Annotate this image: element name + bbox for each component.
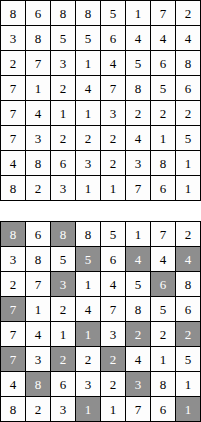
grid-cell-r8c7: 6 — [151, 176, 175, 200]
grid-cell-r1c5: 5 — [101, 222, 125, 246]
grid-cell-r2c8-highlighted: 4 — [176, 247, 200, 271]
grid-cell-r1c2: 6 — [26, 1, 50, 25]
grid-cell-r1c5: 5 — [101, 1, 125, 25]
grid-cell-r5c8: 2 — [176, 101, 200, 125]
grid-cell-r7c8: 1 — [176, 151, 200, 175]
grid-cell-r6c4: 2 — [76, 347, 100, 371]
grid-cell-r1c3: 8 — [51, 1, 75, 25]
grid-cell-r3c1: 2 — [1, 51, 25, 75]
grid-cell-r8c7: 6 — [151, 397, 175, 421]
grid-cell-r2c7: 4 — [151, 247, 175, 271]
grid-cell-r7c3: 6 — [51, 151, 75, 175]
grid-cell-r7c2: 8 — [26, 151, 50, 175]
grid-cell-r2c4: 5 — [76, 26, 100, 50]
grid-cell-r5c6-highlighted: 2 — [126, 322, 150, 346]
grid-cell-r7c2-highlighted: 8 — [26, 372, 50, 396]
grid-cell-r3c5: 4 — [101, 272, 125, 296]
grid-cell-r5c7: 2 — [151, 101, 175, 125]
grid-cell-r6c6: 4 — [126, 126, 150, 150]
grid-cell-r3c8: 8 — [176, 272, 200, 296]
grid-cell-r5c3: 1 — [51, 101, 75, 125]
grid-cell-r1c3-highlighted: 8 — [51, 222, 75, 246]
grid-cell-r5c2: 4 — [26, 101, 50, 125]
grid-cell-r7c8: 1 — [176, 372, 200, 396]
grid-cell-r8c5: 1 — [101, 176, 125, 200]
grid-cell-r2c5: 6 — [101, 247, 125, 271]
grid-cell-r6c3: 2 — [51, 126, 75, 150]
grid-cell-r6c1-highlighted: 7 — [1, 347, 25, 371]
grid-cell-r8c1: 8 — [1, 397, 25, 421]
grid-cell-r2c4-highlighted: 5 — [76, 247, 100, 271]
grid-cell-r4c3: 2 — [51, 297, 75, 321]
grid-cell-r4c8: 6 — [176, 76, 200, 100]
grid-cell-r2c3: 5 — [51, 26, 75, 50]
grid-cell-r1c7: 7 — [151, 222, 175, 246]
grid-cell-r5c6: 2 — [126, 101, 150, 125]
grid-cell-r3c7-highlighted: 6 — [151, 272, 175, 296]
grid-cell-r1c1-highlighted: 8 — [1, 222, 25, 246]
grid-cell-r7c5: 2 — [101, 151, 125, 175]
grid-cell-r4c7: 5 — [151, 297, 175, 321]
grid-cell-r2c3: 5 — [51, 247, 75, 271]
grid-cell-r2c1: 3 — [1, 247, 25, 271]
grid-cell-r5c5: 3 — [101, 322, 125, 346]
grid-cell-r4c5: 7 — [101, 297, 125, 321]
grid-cell-r8c4-highlighted: 1 — [76, 397, 100, 421]
grid-cell-r3c3-highlighted: 3 — [51, 272, 75, 296]
grid-cell-r8c2: 2 — [26, 397, 50, 421]
grid-cell-r3c2: 7 — [26, 51, 50, 75]
grid-cell-r2c7: 4 — [151, 26, 175, 50]
grid-cell-r7c3: 6 — [51, 372, 75, 396]
grid-cell-r2c8: 4 — [176, 26, 200, 50]
grid-cell-r6c4: 2 — [76, 126, 100, 150]
grid-cell-r7c6-highlighted: 3 — [126, 372, 150, 396]
grid-cell-r4c7: 5 — [151, 76, 175, 100]
grid-cell-r3c7: 6 — [151, 51, 175, 75]
grid-cell-r1c8: 2 — [176, 222, 200, 246]
grid-cell-r3c4: 1 — [76, 272, 100, 296]
grid-cell-r8c2: 2 — [26, 176, 50, 200]
grid-cell-r3c2: 7 — [26, 272, 50, 296]
grid-cell-r8c6: 7 — [126, 397, 150, 421]
grid-cell-r3c4: 1 — [76, 51, 100, 75]
grid-cell-r6c2: 3 — [26, 347, 50, 371]
grid-cell-r1c1: 8 — [1, 1, 25, 25]
grid-cell-r6c3-highlighted: 2 — [51, 347, 75, 371]
grid-cell-r6c1: 7 — [1, 126, 25, 150]
solution-grid: 8688517238556444273145687124785674113222… — [0, 221, 201, 422]
grid-cell-r4c2: 1 — [26, 297, 50, 321]
grid-cell-r3c1: 2 — [1, 272, 25, 296]
grid-cell-r8c8-highlighted: 1 — [176, 397, 200, 421]
grid-cell-r1c2: 6 — [26, 222, 50, 246]
grid-cell-r4c5: 7 — [101, 76, 125, 100]
grid-cell-r3c6: 5 — [126, 272, 150, 296]
grid-cell-r4c1-highlighted: 7 — [1, 297, 25, 321]
grid-cell-r7c4: 3 — [76, 372, 100, 396]
grid-cell-r3c8: 8 — [176, 51, 200, 75]
grid-cell-r5c4: 1 — [76, 101, 100, 125]
grid-cell-r5c4-highlighted: 1 — [76, 322, 100, 346]
grid-cell-r6c6: 4 — [126, 347, 150, 371]
grid-cell-r2c5: 6 — [101, 26, 125, 50]
grid-cell-r7c7: 8 — [151, 372, 175, 396]
grid-cell-r5c5: 3 — [101, 101, 125, 125]
grid-cell-r5c1: 7 — [1, 322, 25, 346]
grid-cell-r7c6: 3 — [126, 151, 150, 175]
grid-cell-r3c6: 5 — [126, 51, 150, 75]
grid-cell-r4c6: 8 — [126, 76, 150, 100]
grid-cell-r1c6: 1 — [126, 222, 150, 246]
grid-cell-r8c8: 1 — [176, 176, 200, 200]
grid-cell-r7c4: 3 — [76, 151, 100, 175]
grid-cell-r2c2: 8 — [26, 247, 50, 271]
grid-cell-r4c6: 8 — [126, 297, 150, 321]
grid-cell-r2c2: 8 — [26, 26, 50, 50]
grid-cell-r3c5: 4 — [101, 51, 125, 75]
grid-cell-r1c8: 2 — [176, 1, 200, 25]
grid-cell-r6c8: 5 — [176, 347, 200, 371]
grid-cell-r4c8: 6 — [176, 297, 200, 321]
grid-cell-r7c1: 4 — [1, 372, 25, 396]
grid-cell-r6c2: 3 — [26, 126, 50, 150]
grid-cell-r8c3: 3 — [51, 397, 75, 421]
grid-cell-r6c7: 1 — [151, 126, 175, 150]
grid-cell-r4c4: 4 — [76, 76, 100, 100]
grid-cell-r5c2: 4 — [26, 322, 50, 346]
grid-cell-r5c8-highlighted: 2 — [176, 322, 200, 346]
grid-cell-r6c8: 5 — [176, 126, 200, 150]
grid-cell-r5c3: 1 — [51, 322, 75, 346]
grid-cell-r8c5: 1 — [101, 397, 125, 421]
grid-cell-r1c4: 8 — [76, 1, 100, 25]
grid-cell-r6c5-highlighted: 2 — [101, 347, 125, 371]
grid-cell-r4c3: 2 — [51, 76, 75, 100]
grid-cell-r8c6: 7 — [126, 176, 150, 200]
grid-cell-r5c1: 7 — [1, 101, 25, 125]
grid-cell-r8c1: 8 — [1, 176, 25, 200]
puzzle-grid: 8688517238556444273145687124785674113222… — [0, 0, 201, 201]
grid-cell-r7c5: 2 — [101, 372, 125, 396]
grid-cell-r4c1: 7 — [1, 76, 25, 100]
grid-cell-r3c3: 3 — [51, 51, 75, 75]
grid-cell-r2c6: 4 — [126, 26, 150, 50]
grid-cell-r4c4: 4 — [76, 297, 100, 321]
grid-cell-r6c7: 1 — [151, 347, 175, 371]
grid-cell-r7c7: 8 — [151, 151, 175, 175]
grid-cell-r8c4: 1 — [76, 176, 100, 200]
grid-cell-r2c1: 3 — [1, 26, 25, 50]
grid-cell-r8c3: 3 — [51, 176, 75, 200]
grid-cell-r6c5: 2 — [101, 126, 125, 150]
grid-cell-r1c4: 8 — [76, 222, 100, 246]
grid-cell-r1c6: 1 — [126, 1, 150, 25]
grid-cell-r1c7: 7 — [151, 1, 175, 25]
grid-cell-r4c2: 1 — [26, 76, 50, 100]
grid-cell-r5c7: 2 — [151, 322, 175, 346]
grid-cell-r2c6-highlighted: 4 — [126, 247, 150, 271]
grid-cell-r7c1: 4 — [1, 151, 25, 175]
